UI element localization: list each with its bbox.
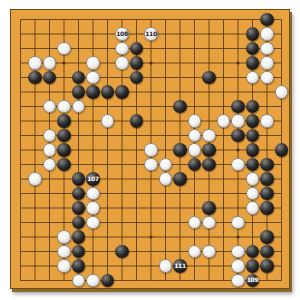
board-point [187, 99, 202, 114]
move-number-label: 111 [174, 263, 186, 269]
board-point [245, 12, 260, 27]
white-stone [159, 172, 172, 185]
board-point [260, 230, 275, 245]
white-stone [115, 42, 128, 55]
black-stone [260, 259, 273, 272]
board-point [274, 99, 289, 114]
board-point [158, 12, 173, 27]
white-stone [43, 143, 56, 156]
white-stone [72, 100, 85, 113]
white-stone [188, 216, 201, 229]
board-point [57, 41, 72, 56]
board-point [42, 244, 57, 259]
board-point [144, 201, 159, 216]
white-stone [260, 27, 273, 40]
board-point [100, 27, 115, 42]
board-point [245, 201, 260, 216]
black-stone [101, 85, 114, 98]
black-stone [28, 71, 41, 84]
board-point [115, 99, 130, 114]
board-point [115, 215, 130, 230]
board-point [216, 12, 231, 27]
board-point [71, 201, 86, 216]
black-stone [72, 259, 85, 272]
board-point [100, 85, 115, 100]
board-point [115, 244, 130, 259]
board-point [144, 215, 159, 230]
white-stone [246, 187, 259, 200]
board-point [158, 172, 173, 187]
black-stone [130, 42, 143, 55]
board-point [57, 70, 72, 85]
board-point [216, 143, 231, 158]
board-point [42, 201, 57, 216]
white-stone [72, 274, 85, 287]
board-point [274, 172, 289, 187]
board-point [115, 143, 130, 158]
black-stone [202, 143, 215, 156]
board-point: 107 [86, 172, 101, 187]
board-point [231, 259, 246, 274]
board-point [274, 41, 289, 56]
board-point [71, 215, 86, 230]
black-stone [260, 158, 273, 171]
board-point [28, 273, 43, 288]
board-point [42, 215, 57, 230]
board-point [216, 85, 231, 100]
board-point [202, 201, 217, 216]
black-stone [246, 27, 259, 40]
white-stone [260, 114, 273, 127]
board-point [260, 273, 275, 288]
black-stone [86, 85, 99, 98]
board-point [260, 12, 275, 27]
white-stone [86, 56, 99, 69]
board-point [71, 273, 86, 288]
board-point [28, 157, 43, 172]
board-point [158, 41, 173, 56]
board-point [144, 172, 159, 187]
board-point [71, 259, 86, 274]
white-stone [217, 114, 230, 127]
board-point [187, 215, 202, 230]
black-stone [173, 143, 186, 156]
board-point [100, 230, 115, 245]
black-stone [260, 172, 273, 185]
black-stone-move-111: 111 [173, 259, 186, 272]
board-point [86, 215, 101, 230]
board-point: 109 [245, 273, 260, 288]
board-point [42, 186, 57, 201]
board-point [28, 172, 43, 187]
board-point [216, 201, 231, 216]
white-stone [260, 42, 273, 55]
board-point [13, 143, 28, 158]
board-point [13, 273, 28, 288]
board-point [231, 128, 246, 143]
board-point [216, 99, 231, 114]
white-stone [202, 129, 215, 142]
board-point [245, 27, 260, 42]
board-point [28, 215, 43, 230]
board-point [115, 259, 130, 274]
white-stone [144, 158, 157, 171]
board-point [245, 114, 260, 129]
board-point [13, 12, 28, 27]
board-point [173, 56, 188, 71]
board-point [42, 230, 57, 245]
board-point [129, 259, 144, 274]
board-point [173, 128, 188, 143]
board-point [57, 215, 72, 230]
board-point [173, 186, 188, 201]
board-point [187, 143, 202, 158]
board-point [13, 186, 28, 201]
board-point [231, 70, 246, 85]
board-point [158, 128, 173, 143]
board-point [71, 70, 86, 85]
board-point [129, 41, 144, 56]
white-stone [231, 274, 244, 287]
board-point [100, 259, 115, 274]
board-point [274, 12, 289, 27]
board-point [245, 56, 260, 71]
black-stone [202, 71, 215, 84]
board-point [129, 85, 144, 100]
board-point [274, 114, 289, 129]
board-point [274, 85, 289, 100]
board-point [274, 70, 289, 85]
board-point [129, 12, 144, 27]
board-point [144, 157, 159, 172]
board-point [260, 186, 275, 201]
board-point [274, 215, 289, 230]
board-point [231, 201, 246, 216]
white-stone [144, 143, 157, 156]
board-point [28, 114, 43, 129]
board-point [260, 70, 275, 85]
white-stone [202, 216, 215, 229]
white-stone [57, 42, 70, 55]
board-point [216, 244, 231, 259]
board-point [42, 56, 57, 71]
board-point: 110 [144, 27, 159, 42]
board-point [274, 259, 289, 274]
board-point [144, 143, 159, 158]
board-point [115, 56, 130, 71]
white-stone [231, 259, 244, 272]
board-point [173, 143, 188, 158]
board-point [100, 273, 115, 288]
board-point [202, 70, 217, 85]
black-stone [260, 201, 273, 214]
white-stone [43, 129, 56, 142]
black-stone [72, 245, 85, 258]
board-point [158, 27, 173, 42]
board-point [100, 56, 115, 71]
board-point [144, 56, 159, 71]
board-point [173, 244, 188, 259]
board-point [202, 99, 217, 114]
black-stone [72, 216, 85, 229]
board-point [231, 27, 246, 42]
board-point [173, 157, 188, 172]
board-point [231, 230, 246, 245]
board-point [71, 114, 86, 129]
board-point [115, 172, 130, 187]
black-stone-move-107: 107 [86, 172, 99, 185]
board-point [158, 70, 173, 85]
board-point [86, 259, 101, 274]
board-point [260, 99, 275, 114]
board-point [274, 27, 289, 42]
board-point [129, 70, 144, 85]
black-stone [43, 71, 56, 84]
board-point [129, 143, 144, 158]
board-point [187, 128, 202, 143]
board-point [86, 201, 101, 216]
board-point [71, 186, 86, 201]
board-point [144, 244, 159, 259]
board-point [115, 230, 130, 245]
board-point [100, 157, 115, 172]
board-point [115, 157, 130, 172]
board-point [100, 215, 115, 230]
board-point [13, 215, 28, 230]
black-stone [246, 143, 259, 156]
board-point [100, 244, 115, 259]
board-point [231, 99, 246, 114]
board-point [86, 114, 101, 129]
white-stone [28, 172, 41, 185]
board-point [173, 12, 188, 27]
board-point [42, 70, 57, 85]
board-point [13, 70, 28, 85]
board-point [187, 259, 202, 274]
go-board: 108110107111109 [10, 9, 290, 289]
board-point [274, 186, 289, 201]
board-point [13, 244, 28, 259]
go-board-wrap: 108110107111109 [10, 9, 290, 289]
white-stone [231, 216, 244, 229]
board-point [173, 27, 188, 42]
board-point [13, 172, 28, 187]
board-point [274, 201, 289, 216]
board-point [57, 56, 72, 71]
board-point [115, 273, 130, 288]
board-point [57, 273, 72, 288]
board-point [158, 215, 173, 230]
board-point [274, 128, 289, 143]
board-point [260, 85, 275, 100]
board-point [144, 99, 159, 114]
white-stone [202, 245, 215, 258]
black-stone [173, 100, 186, 113]
black-stone [260, 13, 273, 26]
board-point [260, 157, 275, 172]
black-stone [115, 245, 128, 258]
board-point [129, 273, 144, 288]
white-stone [43, 56, 56, 69]
board-point [144, 85, 159, 100]
board-point [202, 128, 217, 143]
board-point [216, 56, 231, 71]
board-point [158, 259, 173, 274]
board-point [158, 244, 173, 259]
board-point [260, 244, 275, 259]
board-point [57, 201, 72, 216]
board-point [231, 186, 246, 201]
board-point [129, 186, 144, 201]
board-point [42, 128, 57, 143]
board-point [57, 85, 72, 100]
black-stone [231, 129, 244, 142]
white-stone [28, 56, 41, 69]
board-point [129, 215, 144, 230]
board-point [274, 143, 289, 158]
board-point [158, 99, 173, 114]
board-point [216, 114, 231, 129]
board-point [216, 186, 231, 201]
board-point [71, 41, 86, 56]
board-point [57, 27, 72, 42]
board-point [173, 85, 188, 100]
board-point [187, 230, 202, 245]
board-point [100, 201, 115, 216]
board-point [245, 157, 260, 172]
board-point [260, 259, 275, 274]
board-point [71, 56, 86, 71]
board-point [13, 27, 28, 42]
board-point [71, 27, 86, 42]
board-point [144, 12, 159, 27]
black-stone [260, 187, 273, 200]
black-stone [260, 230, 273, 243]
board-point [57, 259, 72, 274]
board-point [71, 230, 86, 245]
board-point [187, 157, 202, 172]
board-point [231, 273, 246, 288]
board-point [100, 128, 115, 143]
board-point [216, 259, 231, 274]
board-point [71, 157, 86, 172]
white-stone [57, 230, 70, 243]
black-stone [246, 100, 259, 113]
black-stone [275, 143, 288, 156]
black-stone [72, 172, 85, 185]
board-point [274, 157, 289, 172]
board-point [231, 157, 246, 172]
board-point [187, 114, 202, 129]
white-stone [246, 172, 259, 185]
board-point [187, 70, 202, 85]
board-point [42, 157, 57, 172]
board-point [28, 70, 43, 85]
board-point [216, 27, 231, 42]
board-point [86, 273, 101, 288]
board-point [274, 56, 289, 71]
white-stone [86, 71, 99, 84]
board-point [144, 114, 159, 129]
white-stone [159, 259, 172, 272]
board-point [42, 172, 57, 187]
move-number-label: 107 [87, 176, 99, 182]
black-stone [260, 245, 273, 258]
board-point [202, 85, 217, 100]
board-point [274, 273, 289, 288]
board-point [187, 273, 202, 288]
black-stone [72, 187, 85, 200]
board-point [57, 99, 72, 114]
board-point [71, 12, 86, 27]
board-point [71, 244, 86, 259]
board-point [28, 244, 43, 259]
board-point [202, 143, 217, 158]
white-stone [57, 259, 70, 272]
white-stone [188, 143, 201, 156]
white-stone [188, 114, 201, 127]
black-stone [130, 114, 143, 127]
black-stone [72, 201, 85, 214]
board-point [57, 12, 72, 27]
board-point [28, 128, 43, 143]
board-point [144, 230, 159, 245]
black-stone [72, 71, 85, 84]
board-point [100, 172, 115, 187]
white-stone [275, 85, 288, 98]
board-point [202, 56, 217, 71]
board-point: 108 [115, 27, 130, 42]
board-point [231, 114, 246, 129]
board-point [231, 12, 246, 27]
black-stone [101, 274, 114, 287]
board-point [144, 70, 159, 85]
board-point [28, 201, 43, 216]
board-point [28, 56, 43, 71]
board-point [100, 41, 115, 56]
white-stone [57, 245, 70, 258]
board-point [202, 114, 217, 129]
board-point [100, 70, 115, 85]
black-stone [202, 201, 215, 214]
board-point [57, 186, 72, 201]
board-point [13, 56, 28, 71]
board-point [71, 143, 86, 158]
board-point [42, 27, 57, 42]
black-stone-move-109: 109 [246, 274, 259, 287]
board-point [13, 114, 28, 129]
board-point [245, 70, 260, 85]
board-point [216, 157, 231, 172]
board-point [173, 41, 188, 56]
board-point [86, 41, 101, 56]
black-stone [57, 114, 70, 127]
board-point [86, 244, 101, 259]
board-point [86, 27, 101, 42]
board-point [202, 172, 217, 187]
white-stone-move-108: 108 [115, 27, 128, 40]
white-stone [260, 71, 273, 84]
board-point [260, 201, 275, 216]
board-point [42, 259, 57, 274]
black-stone [57, 158, 70, 171]
board-point [245, 215, 260, 230]
board-point [158, 143, 173, 158]
board-point [158, 273, 173, 288]
board-point [158, 186, 173, 201]
board-point [115, 70, 130, 85]
board-point [86, 85, 101, 100]
